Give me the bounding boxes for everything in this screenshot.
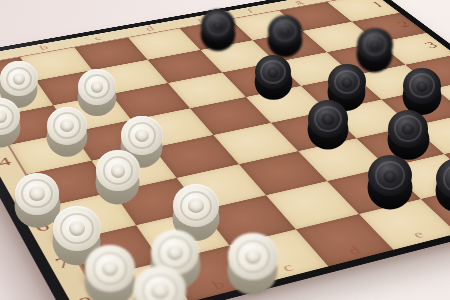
- checker-black[interactable]: [328, 64, 365, 101]
- piece-top: [96, 150, 139, 191]
- piece-top: [328, 64, 365, 99]
- checker-white[interactable]: [78, 69, 116, 107]
- pieces-layer: [0, 0, 450, 300]
- piece-top: [308, 100, 348, 138]
- piece-top: [388, 110, 429, 148]
- piece-top: [121, 116, 162, 155]
- checker-white[interactable]: [0, 61, 37, 98]
- piece-top: [403, 68, 441, 103]
- piece-top: [201, 9, 235, 41]
- checker-black[interactable]: [268, 15, 302, 49]
- piece-top: [368, 155, 412, 196]
- checker-white[interactable]: [47, 107, 87, 147]
- piece-top: [357, 28, 392, 61]
- checker-white[interactable]: [228, 233, 277, 282]
- piece-top: [228, 233, 277, 279]
- piece-top: [0, 61, 37, 96]
- piece-top: [47, 107, 87, 145]
- checker-white[interactable]: [173, 184, 219, 230]
- checker-black[interactable]: [403, 68, 441, 106]
- piece-top: [268, 15, 302, 47]
- checker-black[interactable]: [388, 110, 429, 151]
- photo-of-checkers-board: 1122334455667788aabbccddeeffgghh: [0, 0, 450, 300]
- checker-black[interactable]: [368, 155, 412, 199]
- checker-white[interactable]: [0, 98, 20, 138]
- checker-white[interactable]: [96, 150, 139, 193]
- piece-top: [53, 206, 100, 250]
- checker-black[interactable]: [201, 9, 235, 43]
- piece-top: [134, 266, 185, 300]
- checker-black[interactable]: [308, 100, 348, 140]
- piece-top: [173, 184, 219, 227]
- checker-black[interactable]: [436, 158, 450, 202]
- checker-black[interactable]: [357, 28, 392, 63]
- piece-top: [78, 69, 116, 105]
- checker-black[interactable]: [255, 55, 292, 92]
- checker-white[interactable]: [134, 266, 185, 300]
